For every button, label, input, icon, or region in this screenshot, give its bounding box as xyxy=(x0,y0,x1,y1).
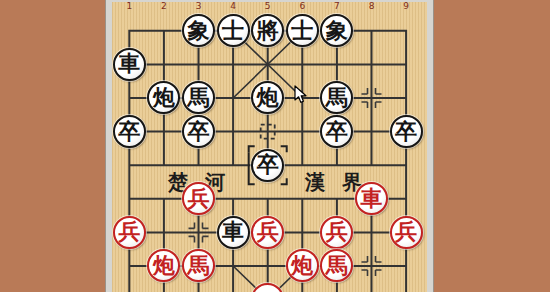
pieces-layer: 象士將士象車炮馬炮馬卒卒卒卒卒車兵車兵兵兵兵炮馬炮馬 xyxy=(112,14,423,292)
piece-black-advisor[interactable]: 士 xyxy=(217,14,250,47)
piece-black-soldier-just-moved[interactable]: 卒 xyxy=(251,149,284,182)
piece-red-piece-partial[interactable] xyxy=(251,283,284,292)
piece-black-chariot[interactable]: 車 xyxy=(113,48,146,81)
piece-black-soldier[interactable]: 卒 xyxy=(113,115,146,148)
xiangqi-app-window: 123456789 楚河漢界 象士將士象車炮馬炮馬卒卒卒卒卒車兵車兵兵兵兵炮馬炮… xyxy=(0,0,550,292)
piece-red-soldier[interactable]: 兵 xyxy=(320,216,353,249)
piece-black-soldier[interactable]: 卒 xyxy=(390,115,423,148)
column-label: 4 xyxy=(227,1,239,12)
piece-red-soldier[interactable]: 兵 xyxy=(113,216,146,249)
piece-black-soldier[interactable]: 卒 xyxy=(182,115,215,148)
piece-black-advisor[interactable]: 士 xyxy=(286,14,319,47)
piece-black-horse[interactable]: 馬 xyxy=(182,81,215,114)
column-label: 7 xyxy=(331,1,343,12)
piece-black-elephant[interactable]: 象 xyxy=(320,14,353,47)
piece-black-soldier[interactable]: 卒 xyxy=(320,115,353,148)
piece-red-cannon[interactable]: 炮 xyxy=(286,249,319,282)
piece-black-elephant[interactable]: 象 xyxy=(182,14,215,47)
piece-black-general[interactable]: 將 xyxy=(251,14,284,47)
column-label: 9 xyxy=(400,1,412,12)
piece-black-cannon[interactable]: 炮 xyxy=(251,81,284,114)
piece-red-chariot[interactable]: 車 xyxy=(355,182,388,215)
column-label: 8 xyxy=(366,1,378,12)
piece-black-horse[interactable]: 馬 xyxy=(320,81,353,114)
piece-red-horse[interactable]: 馬 xyxy=(320,249,353,282)
piece-red-soldier[interactable]: 兵 xyxy=(390,216,423,249)
piece-red-cannon[interactable]: 炮 xyxy=(147,249,180,282)
column-label: 5 xyxy=(262,1,274,12)
piece-black-chariot[interactable]: 車 xyxy=(217,216,250,249)
column-label: 1 xyxy=(123,1,135,12)
column-label: 3 xyxy=(193,1,205,12)
piece-red-soldier[interactable]: 兵 xyxy=(251,216,284,249)
piece-black-cannon[interactable]: 炮 xyxy=(147,81,180,114)
mouse-cursor xyxy=(294,85,308,105)
piece-red-horse[interactable]: 馬 xyxy=(182,249,215,282)
piece-red-soldier[interactable]: 兵 xyxy=(182,182,215,215)
column-label: 6 xyxy=(296,1,308,12)
column-label: 2 xyxy=(158,1,170,12)
